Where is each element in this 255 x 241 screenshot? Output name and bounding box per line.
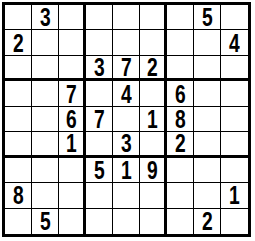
cell-r8c4[interactable] [86, 183, 113, 208]
cell-r9c7[interactable] [167, 209, 194, 234]
cell-r3c9[interactable] [221, 56, 248, 81]
given-digit: 8 [175, 107, 186, 132]
cell-r2c8[interactable] [194, 30, 221, 55]
cell-r2c5[interactable] [113, 30, 140, 55]
cell-r5c7: 8 [167, 107, 194, 132]
cell-r6c2[interactable] [32, 132, 59, 157]
sudoku-board: 352437274667181325198152 [2, 2, 251, 237]
cell-r3c5: 7 [113, 56, 140, 81]
cell-r5c3: 6 [59, 107, 86, 132]
cell-r8c5[interactable] [113, 183, 140, 208]
cell-r2c4[interactable] [86, 30, 113, 55]
cell-r3c1[interactable] [5, 56, 32, 81]
cell-r4c4[interactable] [86, 81, 113, 106]
cell-r2c3[interactable] [59, 30, 86, 55]
given-digit: 4 [121, 81, 132, 106]
cell-r4c1[interactable] [5, 81, 32, 106]
given-digit: 7 [121, 56, 132, 80]
cell-r3c6: 2 [140, 56, 167, 81]
cell-r6c3: 1 [59, 132, 86, 157]
given-digit: 5 [40, 209, 51, 234]
cell-r9c3[interactable] [59, 209, 86, 234]
cell-r8c9: 1 [221, 183, 248, 208]
cell-r2c9: 4 [221, 30, 248, 55]
cell-r8c2[interactable] [32, 183, 59, 208]
cell-r8c7[interactable] [167, 183, 194, 208]
cell-r9c2: 5 [32, 209, 59, 234]
cell-r7c9[interactable] [221, 158, 248, 183]
given-digit: 5 [202, 5, 213, 30]
given-digit: 7 [66, 81, 77, 106]
cell-r4c9[interactable] [221, 81, 248, 106]
given-digit: 6 [175, 81, 186, 106]
cell-r7c5: 1 [113, 158, 140, 183]
cell-r5c9[interactable] [221, 107, 248, 132]
cell-r2c1: 2 [5, 30, 32, 55]
given-digit: 9 [147, 158, 158, 183]
cell-r7c1[interactable] [5, 158, 32, 183]
cell-r1c9[interactable] [221, 5, 248, 30]
cell-r8c8[interactable] [194, 183, 221, 208]
given-digit: 2 [175, 132, 186, 156]
cell-r1c3[interactable] [59, 5, 86, 30]
cell-r5c2[interactable] [32, 107, 59, 132]
cell-r4c3: 7 [59, 81, 86, 106]
cell-r7c3[interactable] [59, 158, 86, 183]
cell-r4c8[interactable] [194, 81, 221, 106]
given-digit: 3 [121, 132, 132, 156]
cell-r2c2[interactable] [32, 30, 59, 55]
cell-r2c6[interactable] [140, 30, 167, 55]
cell-r1c7[interactable] [167, 5, 194, 30]
given-digit: 2 [13, 30, 24, 55]
cell-r8c3[interactable] [59, 183, 86, 208]
given-digit: 3 [94, 56, 105, 80]
cell-r7c4: 5 [86, 158, 113, 183]
cell-r6c4[interactable] [86, 132, 113, 157]
cell-r6c8[interactable] [194, 132, 221, 157]
cell-r9c9[interactable] [221, 209, 248, 234]
given-digit: 1 [229, 183, 240, 208]
cell-r6c7: 2 [167, 132, 194, 157]
cell-r9c8: 2 [194, 209, 221, 234]
cell-r7c8[interactable] [194, 158, 221, 183]
given-digit: 1 [66, 132, 77, 156]
cell-r6c9[interactable] [221, 132, 248, 157]
cell-r1c6[interactable] [140, 5, 167, 30]
given-digit: 3 [40, 5, 51, 30]
cell-r5c6: 1 [140, 107, 167, 132]
cell-r3c8[interactable] [194, 56, 221, 81]
cell-r9c4[interactable] [86, 209, 113, 234]
cell-r5c5[interactable] [113, 107, 140, 132]
given-digit: 5 [94, 158, 105, 183]
cell-r8c1: 8 [5, 183, 32, 208]
given-digit: 2 [202, 209, 213, 234]
cell-r4c6[interactable] [140, 81, 167, 106]
cell-r6c1[interactable] [5, 132, 32, 157]
cell-r7c2[interactable] [32, 158, 59, 183]
cell-r9c1[interactable] [5, 209, 32, 234]
cell-r4c7: 6 [167, 81, 194, 106]
given-digit: 8 [13, 183, 24, 208]
cell-r8c6[interactable] [140, 183, 167, 208]
cell-r6c6[interactable] [140, 132, 167, 157]
cell-r5c8[interactable] [194, 107, 221, 132]
given-digit: 1 [147, 107, 158, 132]
cell-r3c7[interactable] [167, 56, 194, 81]
cell-r1c4[interactable] [86, 5, 113, 30]
cell-r9c5[interactable] [113, 209, 140, 234]
given-digit: 4 [229, 30, 240, 55]
cell-r4c2[interactable] [32, 81, 59, 106]
cell-r3c4: 3 [86, 56, 113, 81]
cell-r7c7[interactable] [167, 158, 194, 183]
cell-r5c1[interactable] [5, 107, 32, 132]
cell-r3c2[interactable] [32, 56, 59, 81]
cell-r3c3[interactable] [59, 56, 86, 81]
cell-r2c7[interactable] [167, 30, 194, 55]
cell-r1c1[interactable] [5, 5, 32, 30]
cell-r7c6: 9 [140, 158, 167, 183]
given-digit: 7 [94, 107, 105, 132]
cell-r1c5[interactable] [113, 5, 140, 30]
cell-r5c4: 7 [86, 107, 113, 132]
cell-r1c2: 3 [32, 5, 59, 30]
cell-r4c5: 4 [113, 81, 140, 106]
cell-r1c8: 5 [194, 5, 221, 30]
cell-r6c5: 3 [113, 132, 140, 157]
given-digit: 6 [66, 107, 77, 132]
cell-r9c6[interactable] [140, 209, 167, 234]
given-digit: 1 [121, 158, 132, 183]
given-digit: 2 [147, 56, 158, 80]
